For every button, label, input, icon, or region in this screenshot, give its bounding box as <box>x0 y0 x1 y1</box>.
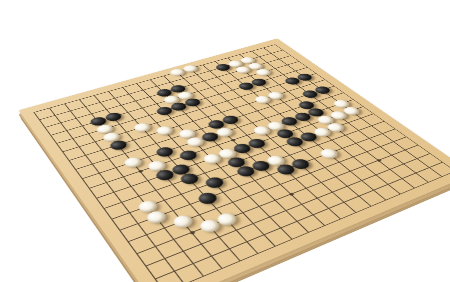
white-stone <box>170 213 195 229</box>
go-board <box>19 38 450 282</box>
hoshi-point <box>375 159 381 162</box>
white-stone <box>145 159 168 173</box>
black-stone <box>169 163 192 177</box>
white-stone <box>216 147 239 160</box>
white-stone <box>317 147 340 160</box>
white-stone <box>253 68 272 77</box>
white-stone <box>153 125 174 137</box>
hoshi-point <box>230 139 235 142</box>
white-stone <box>196 218 221 235</box>
black-stone <box>195 191 219 206</box>
hoshi-point <box>188 230 194 234</box>
black-stone <box>224 156 247 169</box>
white-stone <box>121 156 143 169</box>
white-stone <box>264 154 287 167</box>
black-stone <box>177 172 200 186</box>
black-stone <box>273 163 297 177</box>
black-stone <box>245 137 267 149</box>
white-stone <box>214 211 239 227</box>
white-stone <box>131 122 152 134</box>
black-stone <box>230 142 252 155</box>
black-stone <box>202 175 226 189</box>
white-stone <box>135 199 159 215</box>
white-stone <box>143 209 168 225</box>
black-stone <box>233 164 256 178</box>
black-stone <box>153 168 176 182</box>
white-stone <box>200 152 223 165</box>
black-stone <box>177 149 199 162</box>
go-grid <box>33 44 450 282</box>
hoshi-point <box>137 170 143 173</box>
black-stone <box>288 157 311 170</box>
hoshi-point <box>288 192 294 196</box>
black-stone <box>249 159 272 173</box>
black-stone <box>153 145 175 158</box>
